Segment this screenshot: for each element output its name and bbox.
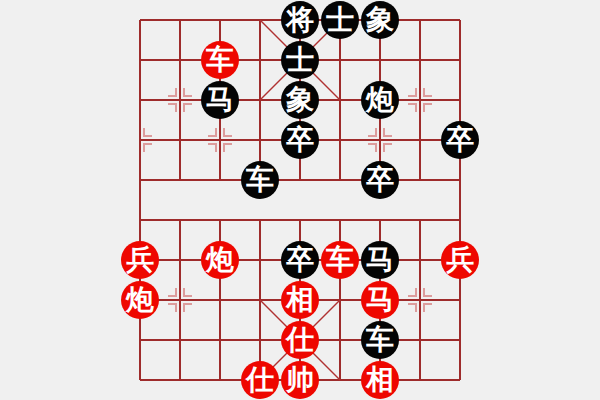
red-general[interactable]: 帅 xyxy=(281,361,319,399)
black-advisor[interactable]: 士 xyxy=(321,1,359,39)
black-elephant[interactable]: 象 xyxy=(281,81,319,119)
black-soldier[interactable]: 卒 xyxy=(441,121,479,159)
red-chariot[interactable]: 车 xyxy=(321,241,359,279)
red-soldier[interactable]: 兵 xyxy=(441,241,479,279)
black-horse[interactable]: 马 xyxy=(361,241,399,279)
xiangqi-board: 将士象车士马象炮卒卒车卒兵炮卒车马兵炮相马仕车仕帅相 xyxy=(120,0,480,400)
black-cannon[interactable]: 炮 xyxy=(361,81,399,119)
red-elephant[interactable]: 相 xyxy=(281,281,319,319)
black-horse[interactable]: 马 xyxy=(201,81,239,119)
red-advisor[interactable]: 仕 xyxy=(281,321,319,359)
red-horse[interactable]: 马 xyxy=(361,281,399,319)
black-elephant[interactable]: 象 xyxy=(361,1,399,39)
black-chariot[interactable]: 车 xyxy=(241,161,279,199)
red-advisor[interactable]: 仕 xyxy=(241,361,279,399)
black-soldier[interactable]: 卒 xyxy=(281,241,319,279)
black-chariot[interactable]: 车 xyxy=(361,321,399,359)
red-soldier[interactable]: 兵 xyxy=(121,241,159,279)
black-soldier[interactable]: 卒 xyxy=(281,121,319,159)
xiangqi-board-screenshot: 将士象车士马象炮卒卒车卒兵炮卒车马兵炮相马仕车仕帅相 xyxy=(0,0,600,400)
black-soldier[interactable]: 卒 xyxy=(361,161,399,199)
red-cannon[interactable]: 炮 xyxy=(121,281,159,319)
black-general[interactable]: 将 xyxy=(281,1,319,39)
red-cannon[interactable]: 炮 xyxy=(201,241,239,279)
red-chariot[interactable]: 车 xyxy=(201,41,239,79)
black-advisor[interactable]: 士 xyxy=(281,41,319,79)
red-elephant[interactable]: 相 xyxy=(361,361,399,399)
